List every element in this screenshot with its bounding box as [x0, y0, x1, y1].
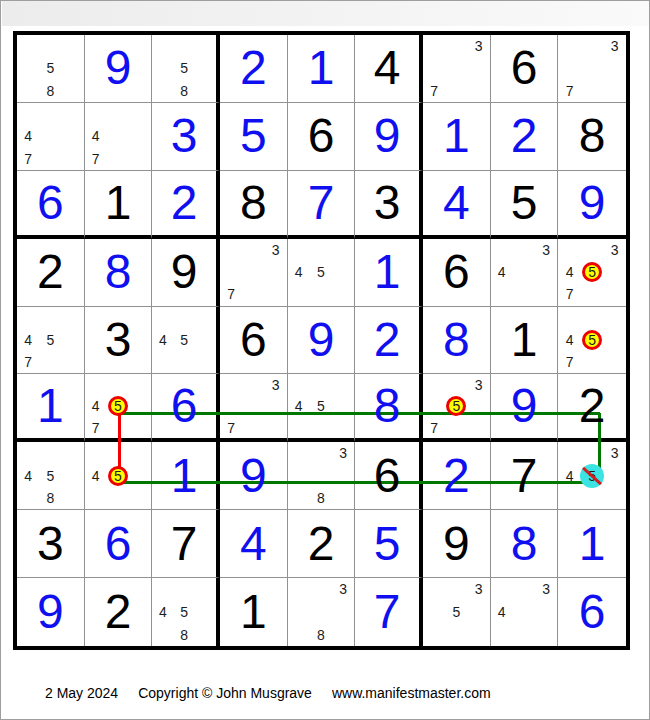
footer-website: www.manifestmaster.com — [332, 685, 491, 701]
pencil-marks: 38 — [288, 578, 355, 646]
pencil-marks: 458 — [152, 578, 216, 646]
cell-r5c4[interactable]: 6 — [220, 307, 288, 375]
cell-r4c4[interactable]: 37 — [220, 239, 288, 307]
pencil-marks: 457 — [17, 307, 84, 374]
cell-r4c9[interactable]: 3457 — [558, 239, 626, 307]
candidate-digit: 4 — [17, 329, 39, 351]
given-digit: 6 — [511, 44, 538, 92]
given-digit: 1 — [511, 316, 538, 364]
cell-r4c2[interactable]: 8 — [85, 239, 153, 307]
candidate-digit: 7 — [558, 351, 581, 373]
candidate-digit: 7 — [423, 417, 445, 438]
given-digit: 8 — [579, 112, 606, 160]
cell-r2c1[interactable]: 47 — [17, 103, 85, 171]
cell-r3c9[interactable]: 9 — [558, 171, 626, 239]
cell-r9c4[interactable]: 1 — [220, 578, 288, 646]
candidate-digit: 4 — [491, 261, 513, 283]
pencil-marks: 45 — [288, 239, 355, 306]
cell-r6c4[interactable]: 37 — [220, 374, 288, 442]
cell-r1c8[interactable]: 6 — [491, 35, 559, 103]
pencil-marks: 34 — [491, 239, 558, 306]
given-digit: 2 — [308, 520, 335, 568]
cell-r9c3[interactable]: 458 — [152, 578, 220, 646]
cell-r2c8[interactable]: 2 — [491, 103, 559, 171]
chain-node-circle — [108, 396, 128, 416]
candidate-digit: 3 — [264, 374, 286, 395]
candidate-digit: 3 — [332, 578, 354, 601]
cell-r5c3[interactable]: 45 — [152, 307, 220, 375]
cell-r8c6[interactable]: 5 — [355, 510, 423, 578]
cell-r7c2[interactable]: 45 — [85, 442, 153, 510]
candidate-digit: 4 — [152, 329, 173, 351]
given-digit: 7 — [511, 452, 538, 500]
given-digit: 8 — [240, 179, 267, 227]
pencil-marks: 38 — [288, 442, 355, 509]
cell-r6c1[interactable]: 1 — [17, 374, 85, 442]
solved-digit: 7 — [374, 588, 401, 636]
candidate-digit: 7 — [220, 283, 242, 305]
cell-r8c3[interactable]: 7 — [152, 510, 220, 578]
given-digit: 3 — [374, 179, 401, 227]
given-digit: 2 — [105, 588, 132, 636]
given-digit: 1 — [240, 588, 267, 636]
cell-r9c2[interactable]: 2 — [85, 578, 153, 646]
footer-date: 2 May 2024 — [45, 685, 118, 701]
pencil-marks: 34 — [491, 578, 558, 646]
candidate-digit: 4 — [288, 396, 310, 417]
cell-r5c6[interactable]: 2 — [355, 307, 423, 375]
cell-r3c7[interactable]: 4 — [423, 171, 491, 239]
pencil-marks: 37 — [558, 35, 626, 102]
pencil-marks: 45 — [152, 307, 216, 374]
cell-r4c6[interactable]: 1 — [355, 239, 423, 307]
candidate-digit: 5 — [39, 57, 61, 79]
cell-r6c8[interactable]: 9 — [491, 374, 559, 442]
candidate-digit: 4 — [288, 261, 310, 283]
pencil-marks: 35 — [423, 578, 490, 646]
candidate-digit: 7 — [558, 80, 581, 102]
solved-digit: 9 — [308, 316, 335, 364]
candidate-digit: 3 — [535, 239, 557, 261]
solved-digit: 8 — [443, 316, 470, 364]
candidate-digit: 8 — [174, 80, 195, 102]
footer: 2 May 2024 Copyright © John Musgrave www… — [45, 685, 491, 701]
candidate-digit: 4 — [17, 125, 39, 147]
given-digit: 6 — [374, 452, 401, 500]
given-digit: 2 — [37, 248, 64, 296]
pencil-marks: 37 — [423, 35, 490, 102]
given-digit: 1 — [105, 179, 132, 227]
candidate-digit: 5 — [39, 329, 61, 351]
given-digit: 4 — [374, 44, 401, 92]
cell-r3c1[interactable]: 6 — [17, 171, 85, 239]
given-digit: 5 — [511, 179, 538, 227]
candidate-digit: 5 — [174, 601, 195, 624]
candidate-digit: 3 — [332, 442, 354, 464]
candidate-digit: 8 — [310, 623, 332, 646]
pencil-marks: 45 — [288, 374, 355, 438]
solved-digit: 9 — [105, 44, 132, 92]
candidate-digit: 5 — [174, 329, 195, 351]
solved-digit: 8 — [511, 520, 538, 568]
solved-digit: 2 — [240, 44, 267, 92]
pencil-marks: 37 — [220, 374, 287, 438]
solved-digit: 1 — [308, 44, 335, 92]
candidate-digit: 5 — [310, 396, 332, 417]
solved-digit: 3 — [171, 112, 198, 160]
candidate-digit: 3 — [603, 442, 626, 464]
cell-r1c9[interactable]: 37 — [558, 35, 626, 103]
cell-r8c2[interactable]: 6 — [85, 510, 153, 578]
solved-digit: 9 — [511, 382, 538, 430]
sudoku-board: 5895821437637474735691286128734592893745… — [13, 31, 630, 650]
solved-digit: 5 — [240, 112, 267, 160]
solved-digit: 7 — [308, 179, 335, 227]
cell-r9c1[interactable]: 9 — [17, 578, 85, 646]
candidate-digit: 8 — [310, 487, 332, 509]
given-digit: 2 — [579, 382, 606, 430]
cell-r2c5[interactable]: 6 — [288, 103, 356, 171]
cell-r8c9[interactable]: 1 — [558, 510, 626, 578]
candidate-digit: 4 — [17, 465, 39, 487]
candidate-digit: 8 — [39, 487, 61, 509]
solved-digit: 2 — [511, 112, 538, 160]
candidate-digit: 5 — [174, 57, 195, 79]
candidate-digit: 4 — [85, 396, 107, 417]
solved-digit: 9 — [240, 452, 267, 500]
solved-digit: 6 — [105, 520, 132, 568]
cell-r5c8[interactable]: 1 — [491, 307, 559, 375]
cell-r7c4[interactable]: 9 — [220, 442, 288, 510]
chain-node-circle — [108, 466, 128, 486]
cell-r3c3[interactable]: 2 — [152, 171, 220, 239]
pencil-marks: 458 — [17, 442, 84, 509]
candidate-digit: 3 — [467, 578, 489, 601]
given-digit: 3 — [37, 520, 64, 568]
candidate-digit: 5 — [445, 601, 467, 624]
cell-r8c1[interactable]: 3 — [17, 510, 85, 578]
cell-r8c5[interactable]: 2 — [288, 510, 356, 578]
cell-r7c8[interactable]: 7 — [491, 442, 559, 510]
sudoku-app-window: 5895821437637474735691286128734592893745… — [0, 0, 650, 720]
cell-r5c9[interactable]: 457 — [558, 307, 626, 375]
cell-r1c3[interactable]: 58 — [152, 35, 220, 103]
solved-digit: 6 — [37, 179, 64, 227]
given-digit: 9 — [443, 520, 470, 568]
cell-r5c7[interactable]: 8 — [423, 307, 491, 375]
solved-digit: 2 — [374, 316, 401, 364]
cell-r9c6[interactable]: 7 — [355, 578, 423, 646]
chain-node-circle — [582, 330, 602, 350]
solved-digit: 4 — [240, 520, 267, 568]
cell-r2c9[interactable]: 8 — [558, 103, 626, 171]
solved-digit: 2 — [443, 452, 470, 500]
cell-r7c1[interactable]: 458 — [17, 442, 85, 510]
cell-r3c5[interactable]: 7 — [288, 171, 356, 239]
cell-r4c3[interactable]: 9 — [152, 239, 220, 307]
candidate-digit: 4 — [558, 465, 581, 487]
cell-r1c5[interactable]: 1 — [288, 35, 356, 103]
candidate-digit: 7 — [17, 147, 39, 169]
cell-r6c5[interactable]: 45 — [288, 374, 356, 442]
solved-digit: 9 — [37, 588, 64, 636]
candidate-digit: 3 — [603, 35, 626, 57]
cell-r6c9[interactable]: 2 — [558, 374, 626, 442]
footer-copyright: Copyright © John Musgrave — [138, 685, 312, 701]
cell-r3c2[interactable]: 1 — [85, 171, 153, 239]
solved-digit: 1 — [374, 248, 401, 296]
cell-r7c5[interactable]: 38 — [288, 442, 356, 510]
given-digit: 7 — [171, 520, 198, 568]
candidate-digit: 4 — [558, 261, 581, 283]
cell-r3c8[interactable]: 5 — [491, 171, 559, 239]
cell-r2c6[interactable]: 9 — [355, 103, 423, 171]
candidate-digit: 8 — [174, 623, 195, 646]
cell-r3c4[interactable]: 8 — [220, 171, 288, 239]
cell-r1c7[interactable]: 37 — [423, 35, 491, 103]
pencil-marks: 58 — [17, 35, 84, 102]
cell-r9c8[interactable]: 34 — [491, 578, 559, 646]
cell-r9c9[interactable]: 6 — [558, 578, 626, 646]
candidate-digit: 3 — [467, 374, 489, 395]
cell-r5c1[interactable]: 457 — [17, 307, 85, 375]
chain-node-circle — [446, 396, 466, 416]
cell-r7c6[interactable]: 6 — [355, 442, 423, 510]
solved-digit: 8 — [105, 248, 132, 296]
cell-r4c1[interactable]: 2 — [17, 239, 85, 307]
candidate-digit: 4 — [85, 465, 107, 487]
candidate-digit: 5 — [39, 465, 61, 487]
candidate-digit: 3 — [467, 35, 489, 57]
cell-r7c3[interactable]: 1 — [152, 442, 220, 510]
cell-r7c7[interactable]: 2 — [423, 442, 491, 510]
candidate-digit: 7 — [423, 80, 445, 102]
cell-r1c6[interactable]: 4 — [355, 35, 423, 103]
cell-r5c2[interactable]: 3 — [85, 307, 153, 375]
candidate-digit: 3 — [264, 239, 286, 261]
cell-r4c5[interactable]: 45 — [288, 239, 356, 307]
cell-r8c4[interactable]: 4 — [220, 510, 288, 578]
given-digit: 6 — [240, 316, 267, 364]
solved-digit: 1 — [171, 452, 198, 500]
solved-digit: 5 — [374, 520, 401, 568]
candidate-digit: 3 — [603, 239, 626, 261]
pencil-marks: 47 — [17, 103, 84, 170]
cell-r4c7[interactable]: 6 — [423, 239, 491, 307]
cell-r1c2[interactable]: 9 — [85, 35, 153, 103]
candidate-digit: 7 — [220, 417, 242, 438]
solved-digit: 2 — [171, 179, 198, 227]
solved-digit: 1 — [37, 382, 64, 430]
cell-r7c9[interactable]: 345 — [558, 442, 626, 510]
candidate-digit: 7 — [85, 147, 107, 169]
candidate-digit: 3 — [535, 578, 557, 601]
cell-r9c7[interactable]: 35 — [423, 578, 491, 646]
given-digit: 9 — [171, 248, 198, 296]
solved-digit: 6 — [579, 588, 606, 636]
cell-r6c3[interactable]: 6 — [152, 374, 220, 442]
pencil-marks: 47 — [85, 103, 152, 170]
cell-r8c8[interactable]: 8 — [491, 510, 559, 578]
chain-node-circle — [582, 262, 602, 282]
candidate-digit: 7 — [17, 351, 39, 373]
top-band — [2, 1, 649, 26]
candidate-digit: 7 — [558, 283, 581, 305]
solved-digit: 1 — [579, 520, 606, 568]
cell-r1c1[interactable]: 58 — [17, 35, 85, 103]
cell-r6c2[interactable]: 457 — [85, 374, 153, 442]
solved-digit: 9 — [374, 112, 401, 160]
cell-r2c2[interactable]: 47 — [85, 103, 153, 171]
cell-r5c5[interactable]: 9 — [288, 307, 356, 375]
given-digit: 3 — [105, 316, 132, 364]
cell-r6c6[interactable]: 8 — [355, 374, 423, 442]
cell-r9c5[interactable]: 38 — [288, 578, 356, 646]
candidate-digit: 4 — [85, 125, 107, 147]
cell-r8c7[interactable]: 9 — [423, 510, 491, 578]
solved-digit: 4 — [443, 179, 470, 227]
candidate-digit: 5 — [310, 261, 332, 283]
candidate-digit: 7 — [85, 417, 107, 438]
cell-r3c6[interactable]: 3 — [355, 171, 423, 239]
cell-r1c4[interactable]: 2 — [220, 35, 288, 103]
solved-digit: 9 — [579, 179, 606, 227]
given-digit: 6 — [443, 248, 470, 296]
cell-r2c7[interactable]: 1 — [423, 103, 491, 171]
pencil-marks: 58 — [152, 35, 216, 102]
cell-r6c7[interactable]: 357 — [423, 374, 491, 442]
solved-digit: 8 — [374, 382, 401, 430]
cell-r2c4[interactable]: 5 — [220, 103, 288, 171]
solved-digit: 1 — [443, 112, 470, 160]
cell-r4c8[interactable]: 34 — [491, 239, 559, 307]
given-digit: 6 — [308, 112, 335, 160]
solved-digit: 6 — [171, 382, 198, 430]
candidate-digit: 4 — [152, 601, 173, 624]
candidate-digit: 8 — [39, 80, 61, 102]
cell-r2c3[interactable]: 3 — [152, 103, 220, 171]
candidate-digit: 4 — [558, 329, 581, 351]
pencil-marks: 37 — [220, 239, 287, 306]
candidate-digit: 4 — [491, 601, 513, 624]
